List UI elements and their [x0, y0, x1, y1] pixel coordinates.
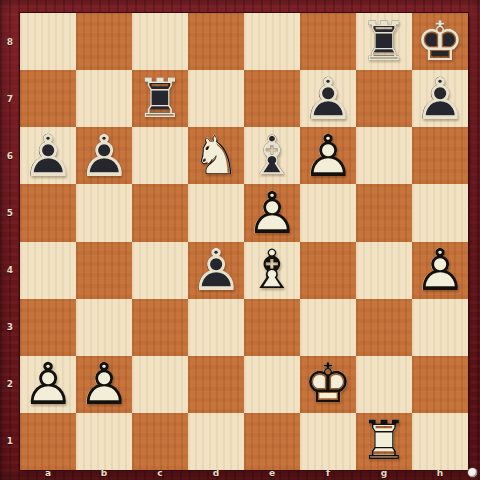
square-c4[interactable] [132, 242, 188, 299]
black-pawn-outline: ♙ [76, 127, 132, 184]
square-c7[interactable]: ♜♖ [132, 70, 188, 127]
piece-black-rook-g8[interactable]: ♜♖ [356, 13, 412, 70]
square-f3[interactable] [300, 299, 356, 356]
square-b1[interactable] [76, 413, 132, 470]
square-f2[interactable]: ♚♔ [300, 356, 356, 413]
file-label-g: g [356, 468, 412, 480]
square-e7[interactable] [244, 70, 300, 127]
black-rook-outline: ♖ [132, 70, 188, 127]
square-d1[interactable] [188, 413, 244, 470]
white-pawn-outline: ♙ [300, 127, 356, 184]
black-rook-outline: ♖ [356, 13, 412, 70]
white-pawn-outline: ♙ [244, 184, 300, 241]
square-e4[interactable]: ♝♗ [244, 242, 300, 299]
square-f4[interactable] [300, 242, 356, 299]
square-g3[interactable] [356, 299, 412, 356]
square-h3[interactable] [412, 299, 468, 356]
piece-white-rook-g1[interactable]: ♜♖ [356, 413, 412, 470]
rank-label-3: 3 [0, 322, 20, 332]
square-d2[interactable] [188, 356, 244, 413]
black-pawn-outline: ♙ [20, 127, 76, 184]
square-a8[interactable] [20, 13, 76, 70]
square-c5[interactable] [132, 184, 188, 241]
black-bishop-outline: ♗ [244, 127, 300, 184]
rank-label-2: 2 [0, 379, 20, 389]
square-c2[interactable] [132, 356, 188, 413]
square-h7[interactable]: ♟♙ [412, 70, 468, 127]
white-pawn-outline: ♙ [412, 242, 468, 299]
square-h4[interactable]: ♟♙ [412, 242, 468, 299]
square-g1[interactable]: ♜♖ [356, 413, 412, 470]
piece-black-pawn-f7[interactable]: ♟♙ [300, 70, 356, 127]
piece-white-knight-d6[interactable]: ♞♘ [188, 127, 244, 184]
piece-black-bishop-e6[interactable]: ♝♗ [244, 127, 300, 184]
piece-black-pawn-h7[interactable]: ♟♙ [412, 70, 468, 127]
square-b5[interactable] [76, 184, 132, 241]
square-g7[interactable] [356, 70, 412, 127]
piece-white-pawn-h4[interactable]: ♟♙ [412, 242, 468, 299]
black-pawn-outline: ♙ [300, 70, 356, 127]
piece-black-pawn-d4[interactable]: ♟♙ [188, 242, 244, 299]
rank-label-7: 7 [0, 94, 20, 104]
square-b4[interactable] [76, 242, 132, 299]
black-pawn-outline: ♙ [188, 242, 244, 299]
white-pawn-outline: ♙ [20, 356, 76, 413]
white-king-outline: ♔ [300, 356, 356, 413]
square-g8[interactable]: ♜♖ [356, 13, 412, 70]
square-a5[interactable] [20, 184, 76, 241]
piece-white-king-f2[interactable]: ♚♔ [300, 356, 356, 413]
square-g6[interactable] [356, 127, 412, 184]
side-to-move-indicator [468, 468, 477, 477]
piece-white-pawn-e5[interactable]: ♟♙ [244, 184, 300, 241]
square-b2[interactable]: ♟♙ [76, 356, 132, 413]
piece-white-pawn-a2[interactable]: ♟♙ [20, 356, 76, 413]
square-f8[interactable] [300, 13, 356, 70]
file-label-h: h [412, 468, 468, 480]
square-h5[interactable] [412, 184, 468, 241]
rank-label-1: 1 [0, 436, 20, 446]
rank-label-6: 6 [0, 151, 20, 161]
square-c8[interactable] [132, 13, 188, 70]
square-g4[interactable] [356, 242, 412, 299]
square-c1[interactable] [132, 413, 188, 470]
square-d6[interactable]: ♞♘ [188, 127, 244, 184]
piece-black-pawn-a6[interactable]: ♟♙ [20, 127, 76, 184]
square-a3[interactable] [20, 299, 76, 356]
square-d4[interactable]: ♟♙ [188, 242, 244, 299]
piece-white-pawn-f6[interactable]: ♟♙ [300, 127, 356, 184]
square-f7[interactable]: ♟♙ [300, 70, 356, 127]
piece-black-king-h8[interactable]: ♚♔ [412, 13, 468, 70]
file-label-c: c [132, 468, 188, 480]
square-a1[interactable] [20, 413, 76, 470]
square-a6[interactable]: ♟♙ [20, 127, 76, 184]
square-e8[interactable] [244, 13, 300, 70]
square-d8[interactable] [188, 13, 244, 70]
file-label-f: f [300, 468, 356, 480]
square-h8[interactable]: ♚♔ [412, 13, 468, 70]
white-knight-outline: ♘ [188, 127, 244, 184]
square-e3[interactable] [244, 299, 300, 356]
square-e2[interactable] [244, 356, 300, 413]
square-c3[interactable] [132, 299, 188, 356]
file-label-e: e [244, 468, 300, 480]
piece-white-pawn-b2[interactable]: ♟♙ [76, 356, 132, 413]
chess-diagram: ♜♖♚♔♜♖♟♙♟♙♟♙♟♙♞♘♝♗♟♙♟♙♟♙♝♗♟♙♟♙♟♙♚♔♜♖ 876… [0, 0, 480, 480]
square-e6[interactable]: ♝♗ [244, 127, 300, 184]
piece-white-bishop-e4[interactable]: ♝♗ [244, 242, 300, 299]
file-label-a: a [20, 468, 76, 480]
square-g2[interactable] [356, 356, 412, 413]
square-d7[interactable] [188, 70, 244, 127]
square-h6[interactable] [412, 127, 468, 184]
square-a2[interactable]: ♟♙ [20, 356, 76, 413]
square-g5[interactable] [356, 184, 412, 241]
black-king-outline: ♔ [412, 13, 468, 70]
square-e1[interactable] [244, 413, 300, 470]
square-d5[interactable] [188, 184, 244, 241]
square-h2[interactable] [412, 356, 468, 413]
square-h1[interactable] [412, 413, 468, 470]
piece-black-pawn-b6[interactable]: ♟♙ [76, 127, 132, 184]
file-label-b: b [76, 468, 132, 480]
black-pawn-outline: ♙ [412, 70, 468, 127]
chess-board: ♜♖♚♔♜♖♟♙♟♙♟♙♟♙♞♘♝♗♟♙♟♙♟♙♝♗♟♙♟♙♟♙♚♔♜♖ [20, 13, 468, 470]
white-pawn-outline: ♙ [76, 356, 132, 413]
white-bishop-outline: ♗ [244, 242, 300, 299]
square-d3[interactable] [188, 299, 244, 356]
square-b6[interactable]: ♟♙ [76, 127, 132, 184]
square-c6[interactable] [132, 127, 188, 184]
square-b3[interactable] [76, 299, 132, 356]
rank-label-8: 8 [0, 37, 20, 47]
rank-label-5: 5 [0, 208, 20, 218]
file-label-d: d [188, 468, 244, 480]
square-f5[interactable] [300, 184, 356, 241]
square-a4[interactable] [20, 242, 76, 299]
square-f6[interactable]: ♟♙ [300, 127, 356, 184]
square-f1[interactable] [300, 413, 356, 470]
white-rook-outline: ♖ [356, 413, 412, 470]
square-e5[interactable]: ♟♙ [244, 184, 300, 241]
rank-label-4: 4 [0, 265, 20, 275]
square-b7[interactable] [76, 70, 132, 127]
piece-black-rook-c7[interactable]: ♜♖ [132, 70, 188, 127]
square-a7[interactable] [20, 70, 76, 127]
square-b8[interactable] [76, 13, 132, 70]
